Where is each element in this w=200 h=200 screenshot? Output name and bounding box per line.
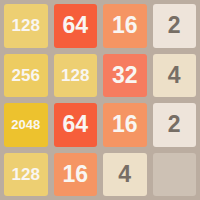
tile-2: 2 (153, 4, 197, 48)
tile-64: 64 (54, 4, 98, 48)
tile-128: 128 (4, 153, 48, 197)
tile-2048: 2048 (4, 103, 48, 147)
tile-256: 256 (4, 54, 48, 98)
tile-2: 2 (153, 103, 197, 147)
empty-cell (153, 153, 197, 197)
tile-32: 32 (103, 54, 147, 98)
tile-4: 4 (153, 54, 197, 98)
board-grid[interactable]: 12864162256128324204864162128164 (0, 0, 200, 200)
tile-16: 16 (103, 103, 147, 147)
tile-128: 128 (54, 54, 98, 98)
tile-16: 16 (54, 153, 98, 197)
tile-64: 64 (54, 103, 98, 147)
tile-16: 16 (103, 4, 147, 48)
tile-128: 128 (4, 4, 48, 48)
tile-4: 4 (103, 153, 147, 197)
